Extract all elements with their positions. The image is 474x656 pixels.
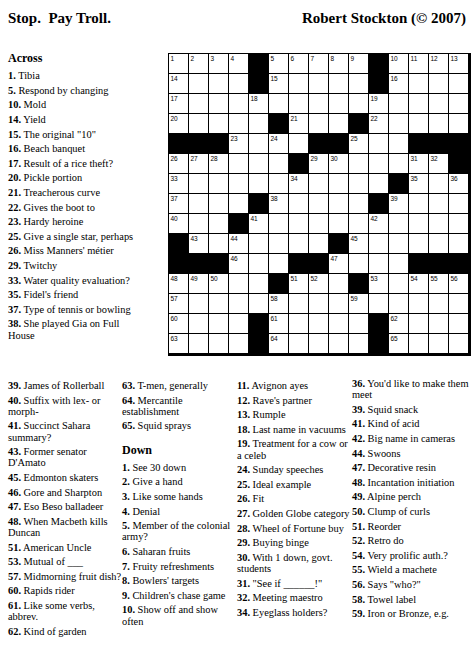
black-cell-r15c5	[249, 334, 268, 353]
cell-r2c15[interactable]	[449, 74, 468, 93]
cell-r13c4[interactable]	[229, 294, 248, 313]
cell-r8c1[interactable]: 37	[169, 194, 188, 213]
cell-r15c1[interactable]: 63	[169, 334, 188, 353]
cell-r15c10[interactable]	[349, 334, 368, 353]
clue-number: 51.	[352, 521, 365, 532]
cell-r9c2[interactable]	[189, 214, 208, 233]
black-cell-r1c5	[249, 54, 268, 73]
cell-number-24: 24	[271, 135, 278, 142]
cell-r13c14[interactable]	[429, 294, 448, 313]
cell-r9c5[interactable]: 41	[249, 214, 268, 233]
across-clue-37: 37. Type of tennis or bowling	[8, 304, 138, 315]
cell-r13c6[interactable]: 58	[269, 294, 288, 313]
cell-r6c10[interactable]	[349, 154, 368, 173]
cell-r3c7[interactable]	[289, 94, 308, 113]
across-clue-63: 63. T-men, generally	[122, 380, 236, 391]
cell-r12c13[interactable]: 54	[409, 274, 428, 293]
cell-r12c15[interactable]: 56	[449, 274, 468, 293]
cell-r3c2[interactable]	[189, 94, 208, 113]
clue-text: Respond by changing	[16, 85, 109, 96]
cell-r9c13[interactable]	[409, 214, 428, 233]
clue-number: 23.	[8, 216, 21, 227]
cell-r10c12[interactable]	[389, 234, 408, 253]
cell-r13c9[interactable]	[329, 294, 348, 313]
down-clue-25: 25. Ideal example	[237, 479, 355, 490]
puzzle-byline: Robert Stockton (© 2007)	[302, 10, 466, 27]
cell-r5c6[interactable]: 24	[269, 134, 288, 153]
cell-r10c3[interactable]	[209, 234, 228, 253]
cell-number-30: 30	[331, 155, 338, 162]
cell-r2c7[interactable]	[289, 74, 308, 93]
cell-r3c10[interactable]	[349, 94, 368, 113]
cell-r14c14[interactable]	[429, 314, 448, 333]
cell-r2c13[interactable]	[409, 74, 428, 93]
cell-r1c9[interactable]: 8	[329, 54, 348, 73]
cell-r15c4[interactable]	[229, 334, 248, 353]
cell-r13c12[interactable]	[389, 294, 408, 313]
cell-number-48: 48	[171, 275, 178, 282]
cell-r5c12[interactable]	[389, 134, 408, 153]
cell-r12c1[interactable]: 48	[169, 274, 188, 293]
cell-r10c4[interactable]: 44	[229, 234, 248, 253]
cell-r6c5[interactable]	[249, 154, 268, 173]
cell-number-26: 26	[171, 155, 178, 162]
cell-r4c15[interactable]	[449, 114, 468, 133]
black-cell-r6c15	[449, 154, 468, 173]
cell-r7c6[interactable]	[269, 174, 288, 193]
cell-r7c5[interactable]	[249, 174, 268, 193]
cell-r4c13[interactable]	[409, 114, 428, 133]
cell-r9c9[interactable]	[329, 214, 348, 233]
across-clues-1-38: 1. Tibia5. Respond by changing10. Mold14…	[8, 70, 138, 341]
cell-r9c8[interactable]	[309, 214, 328, 233]
cell-r4c5[interactable]	[249, 114, 268, 133]
clue-number: 1.	[122, 462, 130, 473]
black-cell-r11c2	[189, 254, 208, 273]
cell-r10c7[interactable]	[289, 234, 308, 253]
cell-r6c11[interactable]	[369, 154, 388, 173]
cell-r2c4[interactable]	[229, 74, 248, 93]
cell-r1c3[interactable]: 3	[209, 54, 228, 73]
cell-r4c4[interactable]	[229, 114, 248, 133]
cell-r6c2[interactable]: 27	[189, 154, 208, 173]
cell-r4c9[interactable]	[329, 114, 348, 133]
cell-r8c12[interactable]: 39	[389, 194, 408, 213]
down-clue-54: 54. Very prolific auth.?	[352, 550, 472, 561]
cell-r7c4[interactable]	[229, 174, 248, 193]
clue-text: Mutual of ___	[21, 556, 83, 567]
cell-r7c14[interactable]	[429, 174, 448, 193]
cell-number-10: 10	[391, 55, 398, 62]
cell-r9c7[interactable]	[289, 214, 308, 233]
cell-r2c10[interactable]	[349, 74, 368, 93]
across-clue-62: 62. Kind of garden	[8, 626, 122, 637]
clue-number: 27.	[237, 508, 250, 519]
cell-r12c3[interactable]: 50	[209, 274, 228, 293]
down-clue-52: 52. Retro do	[352, 535, 472, 546]
across-clue-65: 65. Squid sprays	[122, 420, 236, 431]
cell-r3c6[interactable]	[269, 94, 288, 113]
cell-r5c4[interactable]: 23	[229, 134, 248, 153]
cell-r10c10[interactable]: 45	[349, 234, 368, 253]
cell-r5c7[interactable]	[289, 134, 308, 153]
cell-number-15: 15	[271, 75, 278, 82]
clue-number: 59.	[352, 608, 365, 619]
cell-r14c8[interactable]	[309, 314, 328, 333]
cell-r3c15[interactable]	[449, 94, 468, 113]
cell-r15c7[interactable]	[289, 334, 308, 353]
clue-text: Bowlers' targets	[130, 575, 199, 586]
clue-number: 25.	[8, 231, 21, 242]
cell-r1c6[interactable]: 5	[269, 54, 288, 73]
cell-r8c8[interactable]	[309, 194, 328, 213]
clue-text: Saharan fruits	[130, 546, 191, 557]
cell-r7c2[interactable]	[189, 174, 208, 193]
clue-number: 26.	[8, 245, 21, 256]
black-cell-r7c12	[389, 174, 408, 193]
cell-r14c9[interactable]	[329, 314, 348, 333]
down-clue-51: 51. Reorder	[352, 521, 472, 532]
cell-r15c15[interactable]	[449, 334, 468, 353]
cell-r15c2[interactable]	[189, 334, 208, 353]
cell-r13c8[interactable]	[309, 294, 328, 313]
clue-text: Big name in cameras	[365, 433, 455, 444]
cell-r1c2[interactable]: 2	[189, 54, 208, 73]
cell-r4c12[interactable]	[389, 114, 408, 133]
cell-r13c11[interactable]	[369, 294, 388, 313]
clue-number: 17.	[8, 158, 21, 169]
cell-r12c14[interactable]: 55	[429, 274, 448, 293]
cell-r14c12[interactable]: 62	[389, 314, 408, 333]
cell-number-62: 62	[391, 315, 398, 322]
clue-number: 5.	[122, 520, 130, 531]
clue-text: Sunday speeches	[250, 464, 323, 475]
clue-number: 12.	[237, 395, 250, 406]
cell-r8c7[interactable]	[289, 194, 308, 213]
down-clue-59: 59. Iron or Bronze, e.g.	[352, 608, 472, 619]
cell-r7c15[interactable]: 36	[449, 174, 468, 193]
cell-r14c6[interactable]: 61	[269, 314, 288, 333]
clue-text: Result of a rice theft?	[21, 158, 113, 169]
clue-number: 62.	[8, 626, 21, 637]
cell-number-6: 6	[291, 55, 295, 62]
cell-r2c12[interactable]: 16	[389, 74, 408, 93]
cell-r3c5[interactable]: 18	[249, 94, 268, 113]
clue-text: Ideal example	[250, 479, 311, 490]
cell-r3c4[interactable]	[229, 94, 248, 113]
black-cell-r5c2	[189, 134, 208, 153]
cell-r14c1[interactable]: 60	[169, 314, 188, 333]
cell-r8c3[interactable]	[209, 194, 228, 213]
cell-number-14: 14	[171, 75, 178, 82]
cell-r4c1[interactable]: 20	[169, 114, 188, 133]
cell-r4c7[interactable]: 21	[289, 114, 308, 133]
black-cell-r10c1	[169, 234, 188, 253]
black-cell-r9c4	[229, 214, 248, 233]
cell-r7c3[interactable]	[209, 174, 228, 193]
cell-r3c13[interactable]	[409, 94, 428, 113]
clue-number: 4.	[122, 506, 130, 517]
clue-number: 25.	[237, 479, 250, 490]
down-clue-31: 31. "See if ______!"	[237, 578, 355, 589]
cell-number-17: 17	[171, 95, 178, 102]
cell-r10c11[interactable]	[369, 234, 388, 253]
cell-r10c6[interactable]	[269, 234, 288, 253]
cell-r1c7[interactable]: 6	[289, 54, 308, 73]
cell-r8c6[interactable]: 38	[269, 194, 288, 213]
cell-r14c2[interactable]	[189, 314, 208, 333]
cell-r13c10[interactable]: 59	[349, 294, 368, 313]
cell-r4c2[interactable]	[189, 114, 208, 133]
cell-r6c6[interactable]	[269, 154, 288, 173]
cell-r4c8[interactable]	[309, 114, 328, 133]
cell-r11c4[interactable]: 46	[229, 254, 248, 273]
cell-r11c5[interactable]	[249, 254, 268, 273]
clue-text: Last name in vacuums	[250, 424, 346, 435]
cell-number-35: 35	[411, 175, 418, 182]
clue-number: 47.	[352, 462, 365, 473]
cell-r10c14[interactable]	[429, 234, 448, 253]
cell-r11c12[interactable]	[389, 254, 408, 273]
black-cell-r6c7	[289, 154, 308, 173]
cell-r15c13[interactable]	[409, 334, 428, 353]
cell-number-38: 38	[271, 195, 278, 202]
bottom-column-3: 11. Avignon ayes12. Rave's partner13. Ru…	[237, 380, 355, 621]
cell-number-27: 27	[191, 155, 198, 162]
cell-r13c2[interactable]	[189, 294, 208, 313]
cell-r6c4[interactable]	[229, 154, 248, 173]
across-clue-20: 20. Pickle portion	[8, 172, 138, 183]
down-clue-7: 7. Fruity refreshments	[122, 561, 236, 572]
cell-r11c11[interactable]	[369, 254, 388, 273]
cell-number-2: 2	[191, 55, 195, 62]
black-cell-r11c3	[209, 254, 228, 273]
cell-r8c2[interactable]	[189, 194, 208, 213]
cell-r14c10[interactable]	[349, 314, 368, 333]
cell-r1c8[interactable]: 7	[309, 54, 328, 73]
cell-r3c3[interactable]	[209, 94, 228, 113]
cell-r2c6[interactable]: 15	[269, 74, 288, 93]
cell-number-39: 39	[391, 195, 398, 202]
cell-r4c3[interactable]	[209, 114, 228, 133]
clue-number: 10.	[8, 99, 21, 110]
clue-text: Miss Manners' métier	[21, 245, 114, 256]
cell-r6c1[interactable]: 26	[169, 154, 188, 173]
cell-r14c3[interactable]	[209, 314, 228, 333]
cell-r7c13[interactable]: 35	[409, 174, 428, 193]
cell-r12c7[interactable]: 51	[289, 274, 308, 293]
cell-r8c10[interactable]	[349, 194, 368, 213]
cell-r8c14[interactable]	[429, 194, 448, 213]
cell-r12c8[interactable]: 52	[309, 274, 328, 293]
clue-text: Golden Globe category	[250, 508, 350, 519]
cell-r11c10[interactable]	[349, 254, 368, 273]
cell-r6c9[interactable]: 30	[329, 154, 348, 173]
cell-r8c13[interactable]	[409, 194, 428, 213]
cell-r15c14[interactable]	[429, 334, 448, 353]
cell-r13c13[interactable]	[409, 294, 428, 313]
cell-r12c12[interactable]	[389, 274, 408, 293]
cell-r10c2[interactable]: 43	[189, 234, 208, 253]
cell-r9c3[interactable]	[209, 214, 228, 233]
cell-r8c4[interactable]	[229, 194, 248, 213]
clue-number: 47.	[8, 501, 21, 512]
clue-number: 36.	[352, 378, 365, 389]
cell-r14c13[interactable]	[409, 314, 428, 333]
cell-r15c12[interactable]: 65	[389, 334, 408, 353]
clue-number: 48.	[352, 477, 365, 488]
cell-r7c8[interactable]	[309, 174, 328, 193]
cell-r3c1[interactable]: 17	[169, 94, 188, 113]
cell-r2c8[interactable]	[309, 74, 328, 93]
cell-r1c13[interactable]: 11	[409, 54, 428, 73]
cell-number-33: 33	[171, 175, 178, 182]
cell-r15c8[interactable]	[309, 334, 328, 353]
cell-r1c14[interactable]: 12	[429, 54, 448, 73]
cell-r3c9[interactable]	[329, 94, 348, 113]
cell-r7c1[interactable]: 33	[169, 174, 188, 193]
cell-r13c5[interactable]	[249, 294, 268, 313]
clue-text: Wield a machete	[365, 564, 437, 575]
cell-r6c3[interactable]: 28	[209, 154, 228, 173]
cell-r2c9[interactable]	[329, 74, 348, 93]
clue-text: Mold	[21, 99, 46, 110]
cell-r10c15[interactable]	[449, 234, 468, 253]
cell-r2c2[interactable]	[189, 74, 208, 93]
cell-number-52: 52	[311, 275, 318, 282]
clue-number: 45.	[8, 472, 21, 483]
clue-number: 48.	[8, 516, 21, 527]
cell-r1c1[interactable]: 1	[169, 54, 188, 73]
cell-r7c10[interactable]	[349, 174, 368, 193]
cell-r9c15[interactable]	[449, 214, 468, 233]
cell-r14c15[interactable]	[449, 314, 468, 333]
cell-r15c6[interactable]: 64	[269, 334, 288, 353]
cell-r1c12[interactable]: 10	[389, 54, 408, 73]
clue-number: 26.	[237, 493, 250, 504]
cell-r9c6[interactable]	[269, 214, 288, 233]
cell-r8c9[interactable]	[329, 194, 348, 213]
cell-r5c5[interactable]	[249, 134, 268, 153]
cell-r12c9[interactable]	[329, 274, 348, 293]
cell-r3c14[interactable]	[429, 94, 448, 113]
across-clue-29: 29. Twitchy	[8, 260, 138, 271]
cell-r3c11[interactable]: 19	[369, 94, 388, 113]
cell-r13c3[interactable]	[209, 294, 228, 313]
cell-r15c3[interactable]	[209, 334, 228, 353]
down-header: Down	[122, 445, 236, 456]
cell-r7c7[interactable]: 34	[289, 174, 308, 193]
cell-number-1: 1	[171, 55, 175, 62]
bottom-column-1: 39. James of Rollerball40. Suffix with l…	[8, 380, 122, 640]
clue-number: 60.	[8, 585, 21, 596]
cell-r9c10[interactable]	[349, 214, 368, 233]
cell-r13c7[interactable]	[289, 294, 308, 313]
crossword-grid: 1234567891011121314151617181920212223242…	[168, 53, 471, 356]
cell-r6c13[interactable]: 31	[409, 154, 428, 173]
cell-r3c12[interactable]	[389, 94, 408, 113]
clue-number: 57.	[8, 571, 21, 582]
clue-text: Twitchy	[21, 260, 57, 271]
across-clue-41: 41. Succinct Sahara summary?	[8, 420, 122, 442]
clue-text: See 30 down	[130, 462, 186, 473]
clue-text: Retro do	[365, 535, 404, 546]
cell-r9c14[interactable]	[429, 214, 448, 233]
cell-r2c14[interactable]	[429, 74, 448, 93]
down-clue-9: 9. Children's chase game	[122, 590, 236, 601]
cell-number-40: 40	[171, 215, 178, 222]
cell-r10c13[interactable]	[409, 234, 428, 253]
clue-text: Edmonton skaters	[21, 472, 98, 483]
cell-r10c5[interactable]	[249, 234, 268, 253]
across-clue-17: 17. Result of a rice theft?	[8, 158, 138, 169]
cell-r15c9[interactable]	[329, 334, 348, 353]
cell-r9c12[interactable]	[389, 214, 408, 233]
down-clue-5: 5. Member of the colonial army?	[122, 520, 236, 542]
clue-number: 32.	[237, 592, 250, 603]
clue-number: 2.	[122, 476, 130, 487]
cell-r5c11[interactable]	[369, 134, 388, 153]
across-clue-23: 23. Hardy heroine	[8, 216, 138, 227]
cell-r11c9[interactable]: 47	[329, 254, 348, 273]
black-cell-r10c9	[329, 234, 348, 253]
across-clue-10: 10. Mold	[8, 99, 138, 110]
cell-r14c4[interactable]	[229, 314, 248, 333]
cell-r6c12[interactable]	[389, 154, 408, 173]
cell-r6c14[interactable]: 32	[429, 154, 448, 173]
clue-text: With 1 down, govt. students	[237, 552, 333, 574]
cell-r12c5[interactable]	[249, 274, 268, 293]
cell-r6c8[interactable]: 29	[309, 154, 328, 173]
cell-r2c1[interactable]: 14	[169, 74, 188, 93]
cell-r12c2[interactable]: 49	[189, 274, 208, 293]
cell-r1c15[interactable]: 13	[449, 54, 468, 73]
clue-number: 44.	[352, 448, 365, 459]
cell-r13c15[interactable]	[449, 294, 468, 313]
clue-number: 13.	[237, 409, 250, 420]
cell-number-60: 60	[171, 315, 178, 322]
cell-r2c3[interactable]	[209, 74, 228, 93]
across-clue-26: 26. Miss Manners' métier	[8, 245, 138, 256]
clue-number: 5.	[8, 85, 16, 96]
cell-r12c4[interactable]	[229, 274, 248, 293]
cell-r7c9[interactable]	[329, 174, 348, 193]
down-clue-4: 4. Denial	[122, 506, 236, 517]
cell-number-57: 57	[171, 295, 178, 302]
cell-r5c10[interactable]: 25	[349, 134, 368, 153]
cell-r4c11[interactable]: 22	[369, 114, 388, 133]
across-clue-22: 22. Gives the boot to	[8, 202, 138, 213]
cell-r4c14[interactable]	[429, 114, 448, 133]
cell-r10c8[interactable]	[309, 234, 328, 253]
clue-number: 21.	[8, 187, 21, 198]
down-clue-27: 27. Golden Globe category	[237, 508, 355, 519]
cell-r1c4[interactable]: 4	[229, 54, 248, 73]
cell-r9c1[interactable]: 40	[169, 214, 188, 233]
cell-r7c11[interactable]	[369, 174, 388, 193]
cell-r11c6[interactable]	[269, 254, 288, 273]
cell-r1c10[interactable]: 9	[349, 54, 368, 73]
cell-r13c1[interactable]: 57	[169, 294, 188, 313]
cell-number-23: 23	[231, 135, 238, 142]
cell-r12c11[interactable]: 53	[369, 274, 388, 293]
clue-text: Show off and show often	[122, 604, 218, 626]
cell-r8c15[interactable]	[449, 194, 468, 213]
cell-r14c7[interactable]	[289, 314, 308, 333]
cell-number-32: 32	[431, 155, 438, 162]
cell-r3c8[interactable]	[309, 94, 328, 113]
cell-r9c11[interactable]: 42	[369, 214, 388, 233]
